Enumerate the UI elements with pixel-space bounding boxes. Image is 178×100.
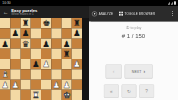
square-b2[interactable]: ♟	[10, 79, 20, 89]
piece-white-pawn[interactable]: ♟	[0, 79, 10, 89]
square-g3[interactable]	[61, 69, 71, 79]
header-bar: ← Easy puzzles White mates in 1	[0, 6, 89, 18]
square-a3[interactable]: ♝	[0, 69, 10, 79]
white-king-icon: ♔	[126, 25, 130, 30]
chevron-right-icon: ›	[144, 68, 146, 74]
piece-black-rook[interactable]: ♜	[61, 49, 71, 59]
square-d3[interactable]	[31, 69, 41, 79]
previous-puzzle-button[interactable]: ‹	[105, 64, 121, 78]
square-a2[interactable]: ♟	[0, 79, 10, 89]
square-e7[interactable]	[41, 28, 51, 38]
square-e2[interactable]	[41, 79, 51, 89]
square-h7[interactable]: ♟	[72, 28, 82, 38]
status-icons	[168, 1, 178, 4]
square-b8[interactable]	[10, 18, 20, 28]
square-e8[interactable]: ♚	[41, 18, 51, 28]
square-c8[interactable]: ♜	[20, 18, 30, 28]
square-h2[interactable]	[72, 79, 82, 89]
piece-white-king[interactable]: ♚	[61, 90, 71, 100]
square-d8[interactable]	[31, 18, 41, 28]
square-e3[interactable]	[41, 69, 51, 79]
puzzle-toolbar: ANALYZE TOGGLE BROWSER ⋮	[89, 6, 178, 21]
piece-black-pawn[interactable]: ♟	[10, 28, 20, 38]
square-c2[interactable]	[20, 79, 30, 89]
puzzle-panel: ANALYZE TOGGLE BROWSER ⋮ ♔ to play # 1 /…	[89, 6, 178, 100]
square-g5[interactable]: ♜	[61, 49, 71, 59]
to-play-indicator: ♔ to play	[89, 25, 178, 30]
square-f4[interactable]	[51, 59, 61, 69]
square-b4[interactable]	[10, 59, 20, 69]
retry-button[interactable]: ↻	[122, 84, 137, 97]
piece-black-pawn[interactable]: ♟	[61, 38, 71, 48]
stage: 10:30 ← Easy puzzles White mates in 1 ♜♚…	[0, 0, 178, 100]
next-puzzle-button[interactable]: NEXT ›	[124, 64, 152, 78]
square-c3[interactable]	[20, 69, 30, 79]
square-b3[interactable]	[10, 69, 20, 79]
square-b1[interactable]	[10, 90, 20, 100]
square-e5[interactable]	[41, 49, 51, 59]
square-a6[interactable]: ♟	[0, 38, 10, 48]
next-label: NEXT	[132, 69, 142, 73]
analyze-button[interactable]: ANALYZE	[89, 6, 116, 21]
piece-black-pawn[interactable]: ♟	[41, 38, 51, 48]
signal-icon	[171, 1, 173, 4]
piece-black-pawn[interactable]: ♟	[31, 59, 41, 69]
hint-button[interactable]: ?	[139, 84, 154, 97]
square-f7[interactable]	[51, 28, 61, 38]
puzzle-counter: # 1 / 150	[89, 33, 178, 40]
square-g1[interactable]: ♚	[61, 90, 71, 100]
square-b7[interactable]: ♟	[10, 28, 20, 38]
piece-black-pawn[interactable]: ♟	[0, 38, 10, 48]
square-b5[interactable]	[10, 49, 20, 59]
square-d6[interactable]	[31, 38, 41, 48]
square-e6[interactable]: ♟	[41, 38, 51, 48]
square-a4[interactable]	[0, 59, 10, 69]
square-d2[interactable]	[31, 79, 41, 89]
square-a5[interactable]	[0, 49, 10, 59]
to-play-label: to play	[131, 26, 142, 30]
piece-white-pawn[interactable]: ♟	[72, 59, 82, 69]
board-right-gutter	[82, 18, 89, 100]
square-c5[interactable]	[20, 49, 30, 59]
analyze-label: ANALYZE	[99, 12, 113, 15]
square-c1[interactable]	[20, 90, 30, 100]
piece-black-queen[interactable]: ♛	[20, 38, 30, 48]
square-g2[interactable]: ♟	[61, 79, 71, 89]
square-h5[interactable]	[72, 49, 82, 59]
piece-white-pawn[interactable]: ♟	[10, 79, 20, 89]
piece-black-rook[interactable]: ♜	[20, 18, 30, 28]
square-h6[interactable]	[72, 38, 82, 48]
square-d4[interactable]: ♟	[31, 59, 41, 69]
square-h1[interactable]	[72, 90, 82, 100]
square-c7[interactable]: ♟	[20, 28, 30, 38]
square-g4[interactable]	[61, 59, 71, 69]
square-f8[interactable]	[51, 18, 61, 28]
piece-black-rook[interactable]: ♜	[72, 18, 82, 28]
back-button[interactable]: ←	[0, 9, 11, 15]
square-a1[interactable]	[0, 90, 10, 100]
wifi-icon	[168, 1, 170, 4]
square-h8[interactable]: ♜	[72, 18, 82, 28]
square-d1[interactable]: ♜	[31, 90, 41, 100]
piece-white-rook[interactable]: ♜	[31, 90, 41, 100]
toggle-browser-label: TOGGLE BROWSER	[125, 12, 156, 15]
square-e4[interactable]: ♟	[41, 59, 51, 69]
piece-white-bishop[interactable]: ♝	[0, 69, 10, 79]
square-h3[interactable]	[72, 69, 82, 79]
piece-white-pawn[interactable]: ♟	[41, 59, 51, 69]
square-b6[interactable]	[10, 38, 20, 48]
square-f1[interactable]	[51, 90, 61, 100]
square-g6[interactable]: ♟	[61, 38, 71, 48]
nav-row-primary: ‹ NEXT ›	[89, 64, 169, 78]
chess-board[interactable]: ♜♚♜♟♟♟♟♛♟♟♜♟♟♟♝♟♟♟♟♜♚	[0, 18, 82, 100]
square-g8[interactable]	[61, 18, 71, 28]
piece-black-king[interactable]: ♚	[41, 18, 51, 28]
grid-icon	[119, 12, 123, 16]
piece-black-pawn[interactable]: ♟	[20, 28, 30, 38]
restart-button[interactable]: «	[104, 84, 119, 97]
battery-icon	[174, 1, 176, 4]
square-f2[interactable]: ♟	[51, 79, 61, 89]
square-f6[interactable]	[51, 38, 61, 48]
toggle-browser-button[interactable]: TOGGLE BROWSER	[116, 6, 158, 21]
square-g7[interactable]	[61, 28, 71, 38]
clock-time: 10:30	[0, 1, 11, 5]
square-a7[interactable]	[0, 28, 10, 38]
square-d7[interactable]	[31, 28, 41, 38]
overflow-menu-button[interactable]: ⋮	[167, 11, 178, 17]
square-a8[interactable]	[0, 18, 10, 28]
play-circle-icon	[92, 11, 97, 16]
square-c4[interactable]	[20, 59, 30, 69]
square-d5[interactable]	[31, 49, 41, 59]
square-f3[interactable]	[51, 69, 61, 79]
nav-row-secondary: « ↻ ?	[89, 84, 169, 97]
piece-white-pawn[interactable]: ♟	[61, 79, 71, 89]
square-c6[interactable]: ♛	[20, 38, 30, 48]
page-subtitle: White mates in 1	[11, 13, 37, 16]
square-f5[interactable]	[51, 49, 61, 59]
app-screen: 10:30 ← Easy puzzles White mates in 1 ♜♚…	[0, 0, 178, 100]
piece-white-pawn[interactable]: ♟	[51, 79, 61, 89]
piece-black-pawn[interactable]: ♟	[72, 28, 82, 38]
square-h4[interactable]: ♟	[72, 59, 82, 69]
square-e1[interactable]	[41, 90, 51, 100]
